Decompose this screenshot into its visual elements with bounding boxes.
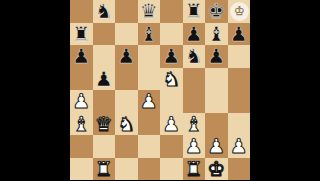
white-pawn[interactable]: ♟ — [207, 135, 225, 158]
square-d1[interactable] — [138, 158, 161, 181]
white-knight[interactable]: ♞ — [117, 113, 135, 136]
square-a1[interactable] — [70, 158, 93, 181]
square-c5[interactable] — [115, 68, 138, 91]
black-pawn[interactable]: ♟ — [117, 45, 135, 68]
square-h4[interactable] — [228, 90, 251, 113]
square-e4[interactable] — [160, 90, 183, 113]
square-c2[interactable] — [115, 135, 138, 158]
white-pawn[interactable]: ♟ — [72, 90, 90, 113]
black-pawn[interactable]: ♟ — [185, 23, 203, 46]
square-c1[interactable] — [115, 158, 138, 181]
crown-watermark-icon: ♔ — [230, 2, 249, 21]
black-pawn[interactable]: ♟ — [230, 23, 248, 46]
black-knight[interactable]: ♞ — [95, 0, 113, 23]
square-f4[interactable] — [183, 90, 206, 113]
white-rook[interactable]: ♜ — [185, 158, 203, 181]
square-e3[interactable]: ♟ — [160, 113, 183, 136]
square-f7[interactable]: ♟ — [183, 23, 206, 46]
white-rook[interactable]: ♜ — [95, 158, 113, 181]
square-a7[interactable]: ♜ — [70, 23, 93, 46]
square-f1[interactable]: ♜ — [183, 158, 206, 181]
black-rook[interactable]: ♜ — [72, 23, 90, 46]
square-b4[interactable] — [93, 90, 116, 113]
square-g8[interactable]: ♚ — [205, 0, 228, 23]
white-bishop[interactable]: ♝ — [72, 113, 90, 136]
square-b5[interactable]: ♟ — [93, 68, 116, 91]
white-bishop[interactable]: ♝ — [185, 113, 203, 136]
square-d6[interactable] — [138, 45, 161, 68]
white-knight[interactable]: ♞ — [162, 68, 180, 91]
black-knight[interactable]: ♞ — [185, 45, 203, 68]
square-c6[interactable]: ♟ — [115, 45, 138, 68]
square-a8[interactable] — [70, 0, 93, 23]
white-pawn[interactable]: ♟ — [162, 113, 180, 136]
square-e7[interactable] — [160, 23, 183, 46]
square-a6[interactable]: ♟ — [70, 45, 93, 68]
square-c7[interactable] — [115, 23, 138, 46]
white-pawn[interactable]: ♟ — [185, 135, 203, 158]
black-bishop[interactable]: ♝ — [207, 23, 225, 46]
square-f2[interactable]: ♟ — [183, 135, 206, 158]
video-frame: ♞♛♜♚♜♝♟♝♟♟♟♟♞♟♟♞♟♟♝♛♞♟♝♟♟♟♜♜♚♔ — [0, 0, 320, 180]
square-b2[interactable] — [93, 135, 116, 158]
square-h2[interactable]: ♟ — [228, 135, 251, 158]
square-a2[interactable] — [70, 135, 93, 158]
square-b8[interactable]: ♞ — [93, 0, 116, 23]
square-h5[interactable] — [228, 68, 251, 91]
square-c3[interactable]: ♞ — [115, 113, 138, 136]
chess-board[interactable]: ♞♛♜♚♜♝♟♝♟♟♟♟♞♟♟♞♟♟♝♛♞♟♝♟♟♟♜♜♚♔ — [70, 0, 250, 180]
square-e5[interactable]: ♞ — [160, 68, 183, 91]
square-e8[interactable] — [160, 0, 183, 23]
square-d3[interactable] — [138, 113, 161, 136]
square-h1[interactable] — [228, 158, 251, 181]
white-queen[interactable]: ♛ — [95, 113, 113, 136]
square-b3[interactable]: ♛ — [93, 113, 116, 136]
square-c8[interactable] — [115, 0, 138, 23]
black-pawn[interactable]: ♟ — [72, 45, 90, 68]
square-g1[interactable]: ♚ — [205, 158, 228, 181]
square-d7[interactable]: ♝ — [138, 23, 161, 46]
square-d2[interactable] — [138, 135, 161, 158]
white-pawn[interactable]: ♟ — [230, 135, 248, 158]
square-h3[interactable] — [228, 113, 251, 136]
square-f8[interactable]: ♜ — [183, 0, 206, 23]
black-pawn[interactable]: ♟ — [162, 45, 180, 68]
square-e6[interactable]: ♟ — [160, 45, 183, 68]
square-f5[interactable] — [183, 68, 206, 91]
square-h6[interactable] — [228, 45, 251, 68]
square-d5[interactable] — [138, 68, 161, 91]
square-g6[interactable]: ♟ — [205, 45, 228, 68]
square-b1[interactable]: ♜ — [93, 158, 116, 181]
square-d8[interactable]: ♛ — [138, 0, 161, 23]
square-g5[interactable] — [205, 68, 228, 91]
square-f3[interactable]: ♝ — [183, 113, 206, 136]
square-g4[interactable] — [205, 90, 228, 113]
square-e2[interactable] — [160, 135, 183, 158]
square-b6[interactable] — [93, 45, 116, 68]
square-e1[interactable] — [160, 158, 183, 181]
square-b7[interactable] — [93, 23, 116, 46]
black-pawn[interactable]: ♟ — [95, 68, 113, 91]
black-queen[interactable]: ♛ — [140, 0, 158, 23]
black-rook[interactable]: ♜ — [185, 0, 203, 23]
black-pawn[interactable]: ♟ — [207, 45, 225, 68]
white-king[interactable]: ♚ — [207, 158, 225, 181]
square-g2[interactable]: ♟ — [205, 135, 228, 158]
square-a3[interactable]: ♝ — [70, 113, 93, 136]
square-f6[interactable]: ♞ — [183, 45, 206, 68]
square-h7[interactable]: ♟ — [228, 23, 251, 46]
square-a5[interactable] — [70, 68, 93, 91]
white-pawn[interactable]: ♟ — [140, 90, 158, 113]
square-c4[interactable] — [115, 90, 138, 113]
black-bishop[interactable]: ♝ — [140, 23, 158, 46]
black-king[interactable]: ♚ — [207, 0, 225, 23]
square-d4[interactable]: ♟ — [138, 90, 161, 113]
square-g3[interactable] — [205, 113, 228, 136]
square-a4[interactable]: ♟ — [70, 90, 93, 113]
square-g7[interactable]: ♝ — [205, 23, 228, 46]
